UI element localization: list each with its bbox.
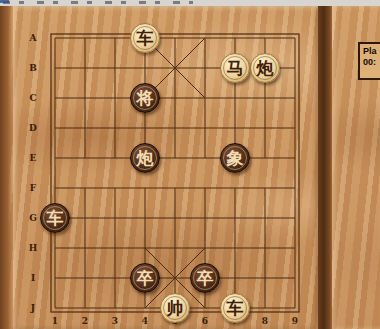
col-label-3: 3 xyxy=(112,316,118,326)
piece-red-general-J5[interactable]: 帅 xyxy=(160,293,190,323)
panel-seam xyxy=(318,6,332,329)
row-label-G: G xyxy=(29,213,37,223)
piece-black-chariot-G1[interactable]: 车 xyxy=(40,203,70,233)
piece-red-horse-B7[interactable]: 马 xyxy=(220,53,250,83)
piece-red-cannon-B8[interactable]: 炮 xyxy=(250,53,280,83)
row-label-E: E xyxy=(30,153,37,163)
piece-black-cannon-E4[interactable]: 炮 xyxy=(130,143,160,173)
col-label-2: 2 xyxy=(82,316,88,326)
row-label-I: I xyxy=(31,273,35,283)
row-label-A: A xyxy=(30,33,37,43)
row-label-C: C xyxy=(29,93,36,103)
player-info-box: Pla 00: xyxy=(358,42,380,80)
piece-black-elephant-E7[interactable]: 象 xyxy=(220,143,250,173)
xiangqi-board[interactable]: ABCDEFGHIJ123456789车马炮将炮象车卒卒帅车 xyxy=(13,6,318,329)
board-panel: ABCDEFGHIJ123456789车马炮将炮象车卒卒帅车 xyxy=(13,6,318,329)
player-label: Pla xyxy=(363,46,380,57)
piece-red-chariot-A4[interactable]: 车 xyxy=(130,23,160,53)
col-label-8: 8 xyxy=(262,316,268,326)
col-label-1: 1 xyxy=(52,316,58,326)
panel-left-edge xyxy=(0,6,13,329)
piece-black-soldier-I6[interactable]: 卒 xyxy=(190,263,220,293)
col-label-6: 6 xyxy=(202,316,208,326)
piece-red-chariot-J7[interactable]: 车 xyxy=(220,293,250,323)
piece-black-soldier-I4[interactable]: 卒 xyxy=(130,263,160,293)
row-label-F: F xyxy=(30,183,36,193)
row-label-D: D xyxy=(29,123,37,133)
menu-text-fragments xyxy=(3,1,193,4)
row-label-B: B xyxy=(29,63,37,73)
row-label-H: H xyxy=(29,243,38,253)
col-label-9: 9 xyxy=(292,316,298,326)
row-label-J: J xyxy=(31,303,35,313)
clock-label: 00: xyxy=(363,57,380,68)
piece-black-general-C4[interactable]: 将 xyxy=(130,83,160,113)
wooden-desk: ABCDEFGHIJ123456789车马炮将炮象车卒卒帅车 Pla 00: xyxy=(0,6,380,329)
app-window: ABCDEFGHIJ123456789车马炮将炮象车卒卒帅车 Pla 00: xyxy=(0,0,380,329)
col-label-4: 4 xyxy=(142,316,148,326)
